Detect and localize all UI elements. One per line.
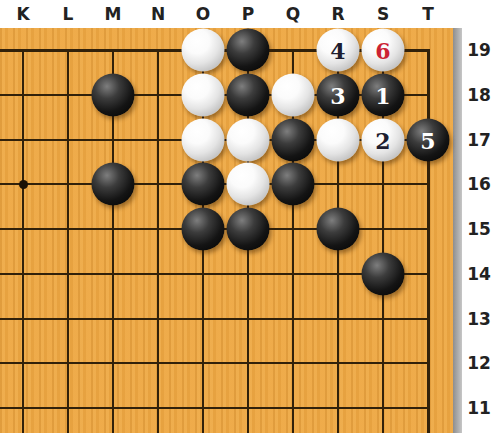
column-label-K: K [16,4,29,24]
stone-white-S19[interactable]: 6 [362,29,405,72]
stone-black-M16[interactable] [92,163,135,206]
row-label-19: 19 [467,40,491,60]
row-label-13: 13 [467,309,491,329]
row-label-16: 16 [467,174,491,194]
stone-white-O18[interactable] [182,74,225,117]
stone-black-P18[interactable] [227,74,270,117]
grid-line-vertical-K [22,49,24,433]
row-label-12: 12 [467,353,491,373]
board-edge-shadow [453,28,462,433]
stone-black-R15[interactable] [317,208,360,251]
grid-line-vertical-N [157,49,159,433]
stone-black-Q16[interactable] [272,163,315,206]
stone-black-R18[interactable]: 3 [317,74,360,117]
row-label-11: 11 [467,398,491,418]
column-label-S: S [377,4,389,24]
move-number-6: 6 [375,39,390,61]
column-label-R: R [331,4,344,24]
column-label-L: L [63,4,74,24]
stone-black-S18[interactable]: 1 [362,74,405,117]
move-number-2: 2 [375,129,390,151]
stone-black-M18[interactable] [92,74,135,117]
stone-white-Q18[interactable] [272,74,315,117]
stone-black-O16[interactable] [182,163,225,206]
move-number-4: 4 [330,39,345,61]
grid-line-vertical-T [427,49,430,433]
stone-white-O17[interactable] [182,119,225,162]
stone-black-S14[interactable] [362,253,405,296]
stone-black-T17[interactable]: 5 [407,119,450,162]
row-label-18: 18 [467,85,491,105]
grid-line-horizontal-12 [0,362,430,364]
stone-white-R17[interactable] [317,119,360,162]
column-label-Q: Q [286,4,300,24]
column-label-P: P [242,4,254,24]
row-label-17: 17 [467,130,491,150]
stone-white-P16[interactable] [227,163,270,206]
grid-line-vertical-L [67,49,69,433]
stone-white-O19[interactable] [182,29,225,72]
star-point-K16 [19,180,28,189]
row-label-14: 14 [467,264,491,284]
stone-black-Q17[interactable] [272,119,315,162]
stone-black-P15[interactable] [227,208,270,251]
move-number-3: 3 [330,84,345,106]
grid-line-horizontal-11 [0,407,430,409]
column-label-N: N [151,4,165,24]
stone-black-P19[interactable] [227,29,270,72]
column-label-T: T [422,4,434,24]
stone-white-S17[interactable]: 2 [362,119,405,162]
stone-white-P17[interactable] [227,119,270,162]
row-label-15: 15 [467,219,491,239]
column-label-M: M [105,4,122,24]
column-label-O: O [196,4,210,24]
go-board-screenshot: 463125KLMNOPQRST191817161514131211 [0,0,499,433]
grid-line-horizontal-13 [0,318,430,320]
stone-black-O15[interactable] [182,208,225,251]
move-number-1: 1 [375,84,390,106]
move-number-5: 5 [420,129,435,151]
stone-white-R19[interactable]: 4 [317,29,360,72]
